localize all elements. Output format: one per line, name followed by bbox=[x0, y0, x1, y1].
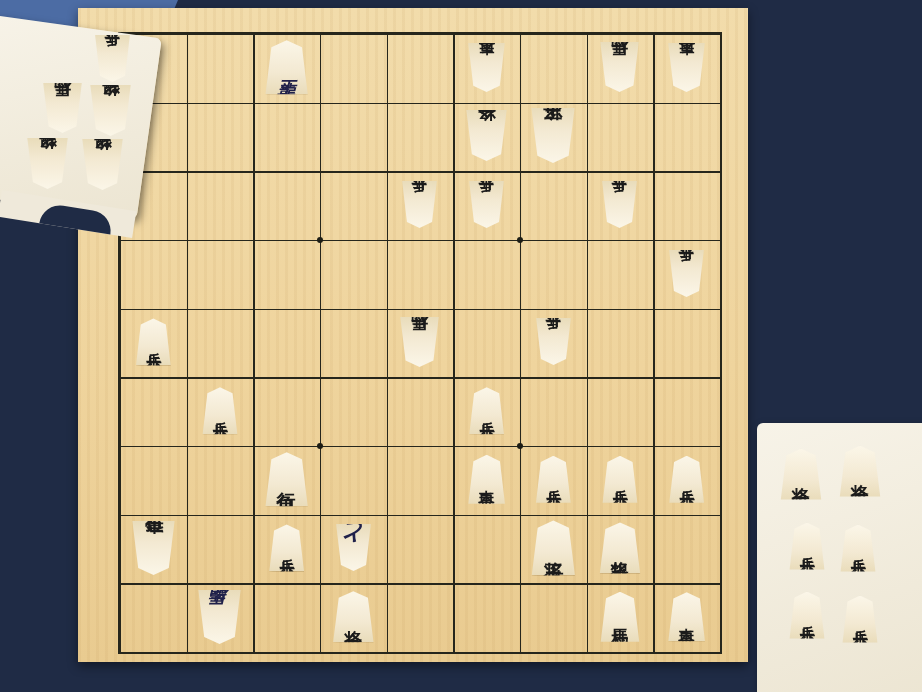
piece-gote-pawn-4c[interactable]: 歩兵 bbox=[468, 181, 505, 228]
shogi-grid: 龍王香車桂馬香車金将王将歩兵歩兵歩兵歩兵桂馬歩兵歩兵歩兵歩兵角行香車歩兵歩兵歩兵… bbox=[118, 32, 722, 654]
piece-sente-pawn-3g[interactable]: 歩兵 bbox=[535, 456, 572, 503]
piece-gote-gold-4b[interactable]: 金将 bbox=[465, 110, 508, 161]
piece-gote-rook-9h[interactable]: 飛車 bbox=[131, 521, 176, 575]
piece-sente-pawn-9e[interactable]: 歩兵 bbox=[135, 318, 172, 365]
hoshi-dot bbox=[517, 237, 523, 243]
piece-sente-silver-2h[interactable]: 銀将 bbox=[598, 522, 641, 573]
piece-gote-pawn-3e[interactable]: 歩兵 bbox=[535, 318, 572, 365]
sente-piece-stand bbox=[757, 423, 922, 692]
piece-sente-gold-6i[interactable]: 金将 bbox=[332, 591, 375, 642]
piece-gote-tokin-6h[interactable]: と bbox=[335, 524, 372, 571]
piece-sente-king-3h[interactable]: 玉将 bbox=[530, 520, 576, 575]
hoshi-dot bbox=[517, 443, 523, 449]
piece-sente-lance-4g[interactable]: 香車 bbox=[467, 455, 506, 504]
gote-piece-stand bbox=[0, 15, 162, 219]
piece-gote-lance-1a[interactable]: 香車 bbox=[667, 43, 706, 92]
piece-sente-pawn-4f[interactable]: 歩兵 bbox=[468, 387, 505, 434]
piece-gote-pawn-5c[interactable]: 歩兵 bbox=[401, 181, 438, 228]
piece-sente-pawn-8f[interactable]: 歩兵 bbox=[201, 387, 238, 434]
piece-sente-pawn-1g[interactable]: 歩兵 bbox=[668, 456, 705, 503]
piece-gote-lance-4a[interactable]: 香車 bbox=[467, 43, 506, 92]
piece-gote-knight-5e[interactable]: 桂馬 bbox=[399, 317, 440, 367]
piece-kanji: と bbox=[342, 535, 366, 560]
piece-gote-pawn-2c[interactable]: 歩兵 bbox=[601, 181, 638, 228]
hoshi-dot bbox=[317, 443, 323, 449]
piece-sente-pawn-2g[interactable]: 歩兵 bbox=[601, 456, 638, 503]
piece-gote-knight-2a[interactable]: 桂馬 bbox=[599, 42, 640, 92]
piece-gote-king-3b[interactable]: 王将 bbox=[530, 108, 576, 163]
piece-sente-knight-2i[interactable]: 桂馬 bbox=[599, 592, 640, 642]
stand-arch-cutout bbox=[39, 202, 113, 234]
shogi-board: 龍王香車桂馬香車金将王将歩兵歩兵歩兵歩兵桂馬歩兵歩兵歩兵歩兵角行香車歩兵歩兵歩兵… bbox=[78, 8, 748, 662]
hoshi-dot bbox=[317, 237, 323, 243]
piece-sente-bishop-7g[interactable]: 角行 bbox=[264, 452, 309, 506]
piece-sente-pawn-7h[interactable]: 歩兵 bbox=[268, 524, 305, 571]
piece-gote-pawn-1d[interactable]: 歩兵 bbox=[668, 250, 705, 297]
piece-sente-dragon-7a[interactable]: 龍王 bbox=[264, 40, 309, 94]
piece-sente-lance-1i[interactable]: 香車 bbox=[667, 592, 706, 641]
piece-gote-horse-8i[interactable]: 龍馬 bbox=[197, 590, 242, 644]
